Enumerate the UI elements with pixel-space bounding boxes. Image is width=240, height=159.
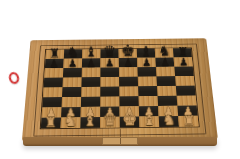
square-d3[interactable] [100, 96, 119, 106]
white-rook: ♜ [44, 116, 56, 129]
white-pawn: ♟ [85, 107, 95, 118]
square-g6[interactable] [156, 67, 175, 77]
square-a4[interactable] [43, 87, 63, 97]
square-e2[interactable]: ♟ [119, 106, 139, 117]
square-c5[interactable] [81, 77, 100, 87]
board-hinge [102, 137, 138, 145]
square-f5[interactable] [138, 76, 157, 86]
square-d5[interactable] [100, 77, 119, 87]
square-g2[interactable]: ♟ [158, 106, 178, 117]
square-a3[interactable] [42, 97, 62, 107]
square-d6[interactable] [100, 67, 119, 77]
white-rook: ♜ [183, 114, 195, 127]
square-f1[interactable]: ♝ [139, 116, 159, 127]
square-a1[interactable]: ♜ [41, 118, 61, 129]
square-e1[interactable]: ♚ [120, 117, 140, 128]
square-f4[interactable] [138, 86, 157, 96]
square-f2[interactable]: ♟ [139, 106, 159, 117]
square-e5[interactable] [119, 77, 138, 87]
square-e7[interactable]: ♟ [119, 58, 138, 67]
square-c8[interactable]: ♝ [82, 49, 100, 58]
board-surface: ♜♞♝♛♚♝♞♜♟♟♟♟♟♟♟♟♟♟♟♟♟♟♟♟♜♞♝♛♚♝♞♜ [22, 38, 218, 141]
square-a6[interactable] [44, 68, 63, 78]
square-b8[interactable]: ♞ [64, 49, 83, 58]
square-e6[interactable] [119, 67, 138, 77]
square-g8[interactable]: ♞ [155, 48, 174, 57]
square-g7[interactable]: ♟ [155, 57, 174, 66]
square-a8[interactable]: ♜ [45, 50, 64, 59]
square-e8[interactable]: ♚ [119, 49, 137, 58]
clasp-ring-icon [7, 71, 20, 86]
square-f6[interactable] [137, 67, 156, 77]
square-b5[interactable] [62, 77, 81, 87]
square-b3[interactable] [62, 97, 82, 107]
square-a2[interactable]: ♟ [41, 107, 61, 118]
square-c7[interactable]: ♟ [82, 58, 101, 67]
photo-background: ♜♞♝♛♚♝♞♜♟♟♟♟♟♟♟♟♟♟♟♟♟♟♟♟♜♞♝♛♚♝♞♜ [0, 0, 240, 159]
square-d8[interactable]: ♛ [100, 49, 118, 58]
square-c1[interactable]: ♝ [80, 117, 100, 128]
square-h5[interactable] [175, 76, 195, 86]
square-h4[interactable] [176, 86, 196, 96]
square-a5[interactable] [44, 77, 63, 87]
board-front-edge [23, 137, 217, 146]
square-d2[interactable]: ♟ [100, 106, 120, 117]
square-d7[interactable]: ♟ [100, 58, 118, 67]
square-h2[interactable]: ♟ [177, 106, 197, 117]
square-f7[interactable]: ♟ [137, 58, 156, 67]
square-b1[interactable]: ♞ [61, 117, 81, 128]
square-c2[interactable]: ♟ [81, 107, 101, 118]
square-b7[interactable]: ♟ [63, 59, 82, 69]
square-d1[interactable]: ♛ [100, 117, 120, 128]
chessboard: ♜♞♝♛♚♝♞♜♟♟♟♟♟♟♟♟♟♟♟♟♟♟♟♟♜♞♝♛♚♝♞♜ [22, 38, 218, 141]
hinge-seam [120, 138, 121, 144]
square-f8[interactable]: ♝ [137, 49, 156, 58]
square-g4[interactable] [157, 86, 177, 96]
square-h8[interactable]: ♜ [173, 48, 192, 57]
black-rook: ♜ [49, 47, 60, 60]
square-b4[interactable] [62, 87, 81, 97]
square-g3[interactable] [158, 96, 178, 106]
square-b2[interactable]: ♟ [61, 107, 81, 118]
square-f3[interactable] [138, 96, 158, 106]
square-g5[interactable] [156, 76, 175, 86]
square-h1[interactable]: ♜ [178, 116, 199, 127]
board-grid: ♜♞♝♛♚♝♞♜♟♟♟♟♟♟♟♟♟♟♟♟♟♟♟♟♜♞♝♛♚♝♞♜ [40, 47, 200, 129]
square-h7[interactable]: ♟ [174, 57, 193, 66]
